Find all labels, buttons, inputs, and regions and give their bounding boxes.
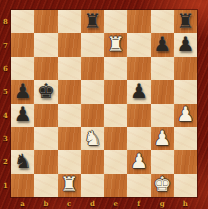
square-c6[interactable] (58, 57, 81, 80)
file-label-h: h (174, 197, 197, 209)
square-e5[interactable] (104, 80, 127, 103)
square-f4[interactable] (127, 104, 150, 127)
black-pawn: ♟ (14, 81, 32, 101)
rank-label-6: 6 (0, 57, 11, 80)
rank-label-4: 4 (0, 104, 11, 127)
square-d8[interactable]: ♜ (81, 10, 104, 33)
square-d1[interactable] (81, 174, 104, 197)
square-g5[interactable] (151, 80, 174, 103)
square-a1[interactable] (11, 174, 34, 197)
file-label-d: d (81, 197, 104, 209)
square-f8[interactable] (127, 10, 150, 33)
square-c1[interactable]: ♜ (58, 174, 81, 197)
square-e1[interactable] (104, 174, 127, 197)
square-a3[interactable] (11, 127, 34, 150)
black-king: ♚ (37, 81, 55, 101)
square-h3[interactable] (174, 127, 197, 150)
square-d5[interactable] (81, 80, 104, 103)
rank-label-3: 3 (0, 127, 11, 150)
file-label-a: a (11, 197, 34, 209)
black-pawn: ♟ (14, 104, 32, 124)
white-knight: ♞ (83, 128, 101, 148)
square-g8[interactable] (151, 10, 174, 33)
board-grid: ♜♜♜♟♟♟♚♟♟♟♞♟♞♟♜♚ (11, 10, 197, 197)
rank-labels: 87654321 (0, 10, 11, 197)
square-c5[interactable] (58, 80, 81, 103)
file-label-b: b (34, 197, 57, 209)
white-rook: ♜ (107, 34, 125, 54)
square-a5[interactable]: ♟ (11, 80, 34, 103)
square-c2[interactable] (58, 150, 81, 173)
file-label-c: c (58, 197, 81, 209)
rank-label-8: 8 (0, 10, 11, 33)
rank-label-1: 1 (0, 174, 11, 197)
square-b5[interactable]: ♚ (34, 80, 57, 103)
square-g6[interactable] (151, 57, 174, 80)
square-b6[interactable] (34, 57, 57, 80)
square-f1[interactable] (127, 174, 150, 197)
square-d6[interactable] (81, 57, 104, 80)
square-f2[interactable]: ♟ (127, 150, 150, 173)
file-labels: abcdefgh (11, 197, 197, 209)
square-b1[interactable] (34, 174, 57, 197)
white-king: ♚ (153, 174, 171, 194)
white-pawn: ♟ (130, 151, 148, 171)
white-rook: ♜ (60, 174, 78, 194)
square-a7[interactable] (11, 33, 34, 56)
square-b3[interactable] (34, 127, 57, 150)
square-e3[interactable] (104, 127, 127, 150)
square-c7[interactable] (58, 33, 81, 56)
file-label-e: e (104, 197, 127, 209)
square-b8[interactable] (34, 10, 57, 33)
square-d3[interactable]: ♞ (81, 127, 104, 150)
square-e7[interactable]: ♜ (104, 33, 127, 56)
square-h8[interactable]: ♜ (174, 10, 197, 33)
chess-board: 87654321 abcdefgh ♜♜♜♟♟♟♚♟♟♟♞♟♞♟♜♚ (0, 0, 208, 209)
white-pawn: ♟ (153, 128, 171, 148)
square-a4[interactable]: ♟ (11, 104, 34, 127)
square-h2[interactable] (174, 150, 197, 173)
black-pawn: ♟ (130, 81, 148, 101)
file-label-g: g (151, 197, 174, 209)
rank-label-5: 5 (0, 80, 11, 103)
square-d4[interactable] (81, 104, 104, 127)
square-f5[interactable]: ♟ (127, 80, 150, 103)
rank-label-2: 2 (0, 150, 11, 173)
square-d7[interactable] (81, 33, 104, 56)
white-pawn: ♟ (176, 104, 194, 124)
square-h6[interactable] (174, 57, 197, 80)
file-label-f: f (127, 197, 150, 209)
square-g1[interactable]: ♚ (151, 174, 174, 197)
square-h1[interactable] (174, 174, 197, 197)
square-h5[interactable] (174, 80, 197, 103)
black-rook: ♜ (83, 11, 101, 31)
black-rook: ♜ (176, 11, 194, 31)
square-b7[interactable] (34, 33, 57, 56)
square-e4[interactable] (104, 104, 127, 127)
square-c4[interactable] (58, 104, 81, 127)
square-e6[interactable] (104, 57, 127, 80)
square-b2[interactable] (34, 150, 57, 173)
square-d2[interactable] (81, 150, 104, 173)
square-a8[interactable] (11, 10, 34, 33)
square-f6[interactable] (127, 57, 150, 80)
square-e2[interactable] (104, 150, 127, 173)
square-f7[interactable] (127, 33, 150, 56)
square-g3[interactable]: ♟ (151, 127, 174, 150)
rank-label-7: 7 (0, 33, 11, 56)
square-h4[interactable]: ♟ (174, 104, 197, 127)
square-g4[interactable] (151, 104, 174, 127)
square-f3[interactable] (127, 127, 150, 150)
square-g2[interactable] (151, 150, 174, 173)
square-b4[interactable] (34, 104, 57, 127)
square-h7[interactable]: ♟ (174, 33, 197, 56)
square-c8[interactable] (58, 10, 81, 33)
black-knight: ♞ (14, 151, 32, 171)
black-pawn: ♟ (153, 34, 171, 54)
square-g7[interactable]: ♟ (151, 33, 174, 56)
square-c3[interactable] (58, 127, 81, 150)
black-pawn: ♟ (176, 34, 194, 54)
square-a6[interactable] (11, 57, 34, 80)
square-e8[interactable] (104, 10, 127, 33)
square-a2[interactable]: ♞ (11, 150, 34, 173)
